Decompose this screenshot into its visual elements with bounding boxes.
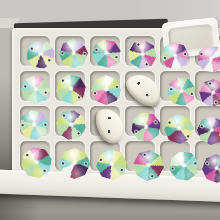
tray-cell-r2c3	[90, 71, 120, 101]
tray-cell-r2c2	[55, 71, 85, 101]
tray-cell-r4c4	[125, 141, 155, 171]
sew-hole	[141, 151, 146, 156]
tray-cell-r3c5	[160, 106, 190, 136]
sew-hole	[114, 55, 119, 60]
tray-cell-r3c4	[125, 106, 155, 136]
tray-cell-r1c1	[20, 36, 50, 66]
facet-highlight	[124, 36, 161, 73]
crystal-rhinestone	[54, 72, 88, 106]
facet-highlight	[25, 39, 55, 69]
crystal-rhinestone	[165, 75, 196, 106]
facet-highlight	[17, 71, 53, 107]
sew-hole	[25, 152, 30, 157]
tray-cell-r1c3	[90, 36, 120, 66]
tray-cell-r3c3	[90, 106, 120, 136]
crystal-rhinestone	[25, 39, 55, 69]
tray-cell-r4c1	[20, 141, 50, 171]
facet-highlight	[52, 106, 91, 145]
sew-hole	[94, 47, 99, 52]
tray-cell-r3c6	[195, 106, 220, 136]
facet-highlight	[54, 72, 88, 106]
sew-hole	[218, 61, 220, 65]
crystal-rhinestone	[130, 111, 162, 143]
crystal-rhinestone	[88, 72, 124, 108]
tray-cell-r4c5	[160, 141, 190, 171]
sew-hole	[47, 58, 52, 63]
sew-hole	[42, 168, 47, 173]
tray-cell-r2c4	[125, 71, 155, 101]
tray-cell-r2c1	[20, 71, 50, 101]
facet-highlight	[165, 75, 196, 106]
tray-cell-r2c5	[160, 71, 190, 101]
crystal-rhinestone	[52, 106, 91, 145]
facet-highlight	[90, 37, 122, 69]
sew-hole	[136, 80, 142, 86]
crystal-rhinestone	[17, 71, 53, 107]
tray-cell-r4c6	[195, 141, 220, 171]
sew-hole	[107, 128, 112, 133]
crystal-rhinestone	[17, 108, 51, 142]
sew-hole	[189, 91, 194, 96]
tray-cell-r1c2	[55, 36, 85, 66]
sew-hole	[193, 161, 197, 165]
tray-cell-r3c2	[55, 106, 85, 136]
sew-hole	[145, 91, 151, 97]
facet-highlight	[130, 111, 162, 143]
tray-cell-r4c3	[90, 141, 120, 171]
sew-hole	[29, 46, 34, 51]
crystal-rhinestone	[124, 36, 161, 73]
tray-cell-r3c1	[20, 106, 50, 136]
sew-hole	[168, 86, 173, 91]
tray-cell-r4c2	[55, 141, 85, 171]
storage-tray	[12, 28, 220, 186]
crystal-rhinestone	[90, 37, 122, 69]
sew-hole	[107, 115, 112, 120]
tray-cell-r1c4	[125, 36, 155, 66]
tray-cell-r2c6	[195, 71, 220, 101]
crystal-rhinestone	[56, 36, 91, 71]
